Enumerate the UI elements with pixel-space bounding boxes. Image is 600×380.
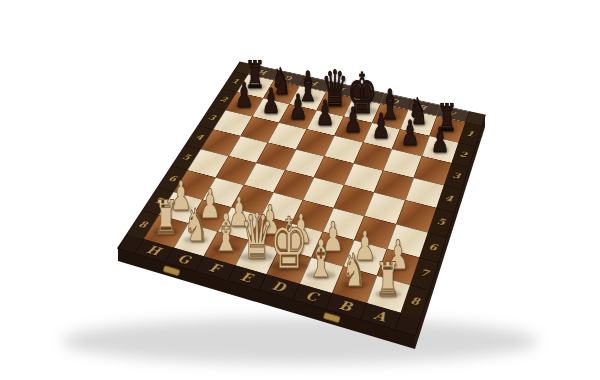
piece-black-pawn[interactable]: ♟ <box>372 109 391 143</box>
piece-black-pawn[interactable]: ♟ <box>235 77 254 112</box>
piece-white-knight[interactable]: ♞ <box>342 248 367 294</box>
piece-black-pawn[interactable]: ♟ <box>288 90 307 125</box>
piece-black-pawn[interactable]: ♟ <box>344 102 363 136</box>
piece-white-queen[interactable]: ♛ <box>240 207 274 270</box>
piece-black-pawn[interactable]: ♟ <box>431 123 450 157</box>
product-photo-scene: HGFEDCBA1122334455667788HGFEDCBA ♜♞♝♛♚♝♞… <box>0 0 600 380</box>
piece-white-rook[interactable]: ♜ <box>376 257 401 304</box>
piece-white-bishop[interactable]: ♝ <box>212 207 240 259</box>
piece-white-bishop[interactable]: ♝ <box>307 233 335 285</box>
cast-shadow <box>62 318 538 364</box>
piece-black-pawn[interactable]: ♟ <box>316 96 335 130</box>
piece-white-rook[interactable]: ♜ <box>153 194 178 241</box>
piece-white-king[interactable]: ♚ <box>270 209 308 280</box>
piece-black-pawn[interactable]: ♟ <box>261 84 280 119</box>
piece-white-knight[interactable]: ♞ <box>183 203 208 249</box>
piece-black-pawn[interactable]: ♟ <box>401 116 420 150</box>
